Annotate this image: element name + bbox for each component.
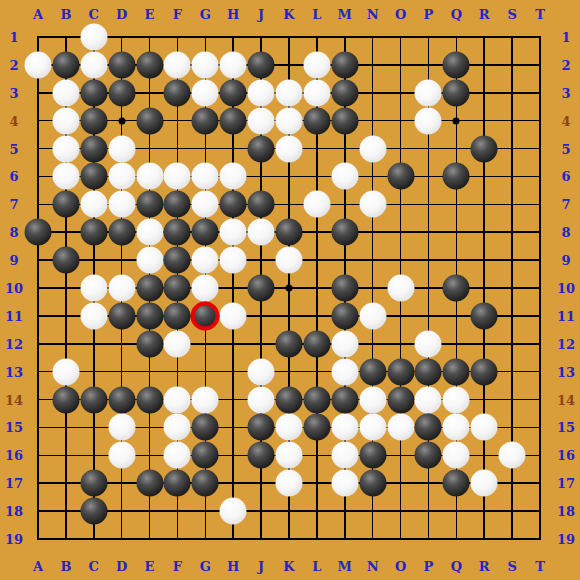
white-stone[interactable] <box>331 163 358 190</box>
white-stone[interactable] <box>80 275 107 302</box>
grid-line <box>37 510 541 512</box>
white-stone[interactable] <box>276 442 303 469</box>
white-stone[interactable] <box>80 191 107 218</box>
row-label: 13 <box>5 365 23 378</box>
col-label: H <box>227 560 239 573</box>
black-stone[interactable] <box>25 219 52 246</box>
white-stone[interactable] <box>276 107 303 134</box>
black-stone[interactable] <box>136 51 163 78</box>
white-stone[interactable] <box>331 442 358 469</box>
black-stone[interactable] <box>331 302 358 329</box>
row-label: 9 <box>9 254 18 267</box>
black-stone[interactable] <box>164 79 191 106</box>
black-stone[interactable] <box>136 302 163 329</box>
white-stone[interactable] <box>192 79 219 106</box>
white-stone[interactable] <box>415 330 442 357</box>
black-stone[interactable] <box>359 470 386 497</box>
row-label: 6 <box>561 170 570 183</box>
star-point <box>118 117 125 124</box>
white-stone[interactable] <box>220 302 247 329</box>
black-stone[interactable] <box>276 330 303 357</box>
black-stone[interactable] <box>52 191 79 218</box>
white-stone[interactable] <box>80 24 107 51</box>
row-label: 10 <box>557 282 575 295</box>
white-stone[interactable] <box>192 163 219 190</box>
white-stone[interactable] <box>276 135 303 162</box>
black-stone[interactable] <box>471 302 498 329</box>
white-stone[interactable] <box>192 275 219 302</box>
row-label: 4 <box>9 114 18 127</box>
black-stone[interactable] <box>331 275 358 302</box>
white-stone[interactable] <box>108 191 135 218</box>
row-label: 4 <box>561 114 570 127</box>
black-stone[interactable] <box>52 51 79 78</box>
star-point <box>453 117 460 124</box>
col-label: F <box>173 8 182 21</box>
black-stone[interactable] <box>248 414 275 441</box>
black-stone[interactable] <box>80 386 107 413</box>
white-stone[interactable] <box>108 163 135 190</box>
black-stone[interactable] <box>52 247 79 274</box>
black-stone[interactable] <box>359 358 386 385</box>
white-stone[interactable] <box>248 79 275 106</box>
black-stone[interactable] <box>415 414 442 441</box>
black-stone[interactable] <box>192 442 219 469</box>
white-stone[interactable] <box>80 302 107 329</box>
white-stone[interactable] <box>164 330 191 357</box>
white-stone[interactable] <box>276 79 303 106</box>
black-stone[interactable] <box>80 163 107 190</box>
white-stone[interactable] <box>220 247 247 274</box>
black-stone[interactable] <box>164 275 191 302</box>
col-label: J <box>258 8 264 21</box>
col-label: G <box>200 8 211 21</box>
white-stone[interactable] <box>359 191 386 218</box>
black-stone[interactable] <box>80 498 107 525</box>
row-label: 2 <box>9 58 18 71</box>
black-stone[interactable] <box>248 191 275 218</box>
white-stone[interactable] <box>359 414 386 441</box>
black-stone[interactable] <box>80 135 107 162</box>
col-label: G <box>200 560 211 573</box>
black-stone[interactable] <box>415 358 442 385</box>
grid-line <box>539 36 541 540</box>
white-stone[interactable] <box>80 51 107 78</box>
white-stone[interactable] <box>248 219 275 246</box>
row-label: 8 <box>9 226 18 239</box>
black-stone[interactable] <box>331 219 358 246</box>
white-stone[interactable] <box>52 79 79 106</box>
black-stone[interactable] <box>220 79 247 106</box>
white-stone[interactable] <box>415 107 442 134</box>
black-stone[interactable] <box>108 51 135 78</box>
white-stone[interactable] <box>136 219 163 246</box>
col-label: H <box>227 8 239 21</box>
white-stone[interactable] <box>331 414 358 441</box>
white-stone[interactable] <box>52 135 79 162</box>
col-label: M <box>338 560 352 573</box>
white-stone[interactable] <box>220 163 247 190</box>
col-label: D <box>116 8 127 21</box>
white-stone[interactable] <box>52 163 79 190</box>
white-stone[interactable] <box>387 414 414 441</box>
white-stone[interactable] <box>108 135 135 162</box>
black-stone[interactable] <box>471 135 498 162</box>
col-label: A <box>33 8 43 21</box>
row-label: 11 <box>557 309 575 322</box>
col-label: K <box>283 560 294 573</box>
col-label: R <box>479 560 490 573</box>
white-stone[interactable] <box>471 470 498 497</box>
col-label: B <box>60 8 71 21</box>
black-stone[interactable] <box>108 386 135 413</box>
black-stone[interactable] <box>52 386 79 413</box>
white-stone[interactable] <box>52 107 79 134</box>
col-label: P <box>424 560 434 573</box>
white-stone[interactable] <box>331 470 358 497</box>
row-label: 3 <box>561 86 570 99</box>
col-label: P <box>424 8 434 21</box>
black-stone[interactable] <box>80 470 107 497</box>
go-board-app: AABBCCDDEEFFGGHHJJKKLLMMNNOOPPQQRRSSTT11… <box>0 0 580 580</box>
white-stone[interactable] <box>248 386 275 413</box>
white-stone[interactable] <box>415 386 442 413</box>
row-label: 14 <box>557 393 575 406</box>
black-stone[interactable] <box>276 219 303 246</box>
white-stone[interactable] <box>276 470 303 497</box>
white-stone[interactable] <box>331 358 358 385</box>
col-label: L <box>312 8 321 21</box>
black-stone[interactable] <box>387 358 414 385</box>
row-label: 8 <box>561 226 570 239</box>
black-stone[interactable] <box>471 358 498 385</box>
col-label: N <box>367 8 379 21</box>
col-label: O <box>395 8 406 21</box>
black-stone[interactable] <box>443 358 470 385</box>
black-stone[interactable] <box>80 107 107 134</box>
row-label: 16 <box>5 449 23 462</box>
white-stone[interactable] <box>415 79 442 106</box>
row-label: 19 <box>5 533 23 546</box>
white-stone[interactable] <box>387 275 414 302</box>
black-stone[interactable] <box>220 191 247 218</box>
row-label: 16 <box>557 449 575 462</box>
col-label: O <box>395 560 406 573</box>
black-stone[interactable] <box>331 107 358 134</box>
black-stone[interactable] <box>387 386 414 413</box>
white-stone[interactable] <box>136 247 163 274</box>
black-stone[interactable] <box>303 107 330 134</box>
white-stone[interactable] <box>303 191 330 218</box>
black-stone[interactable] <box>136 191 163 218</box>
row-label: 2 <box>561 58 570 71</box>
black-stone[interactable] <box>80 219 107 246</box>
row-label: 1 <box>9 31 18 44</box>
white-stone[interactable] <box>192 51 219 78</box>
black-stone[interactable] <box>443 79 470 106</box>
black-stone[interactable] <box>387 163 414 190</box>
white-stone[interactable] <box>359 386 386 413</box>
black-stone[interactable] <box>443 163 470 190</box>
black-stone[interactable] <box>248 442 275 469</box>
black-stone[interactable] <box>192 414 219 441</box>
row-label: 7 <box>561 198 570 211</box>
white-stone[interactable] <box>443 386 470 413</box>
last-move-marker <box>191 301 220 330</box>
row-label: 6 <box>9 170 18 183</box>
black-stone[interactable] <box>303 386 330 413</box>
black-stone[interactable] <box>248 135 275 162</box>
col-label: T <box>535 8 545 21</box>
white-stone[interactable] <box>108 414 135 441</box>
star-point <box>286 285 293 292</box>
row-label: 17 <box>557 477 575 490</box>
white-stone[interactable] <box>136 163 163 190</box>
black-stone[interactable] <box>443 275 470 302</box>
col-label: C <box>89 8 99 21</box>
col-label: C <box>89 560 99 573</box>
black-stone[interactable] <box>248 275 275 302</box>
row-label: 5 <box>9 142 18 155</box>
black-stone[interactable] <box>164 247 191 274</box>
col-label: E <box>145 560 155 573</box>
black-stone[interactable] <box>164 302 191 329</box>
black-stone[interactable] <box>359 442 386 469</box>
black-stone[interactable] <box>80 79 107 106</box>
col-label: F <box>173 560 182 573</box>
black-stone[interactable] <box>443 51 470 78</box>
col-label: D <box>116 560 127 573</box>
white-stone[interactable] <box>443 414 470 441</box>
white-stone[interactable] <box>359 302 386 329</box>
white-stone[interactable] <box>303 79 330 106</box>
black-stone[interactable] <box>136 275 163 302</box>
black-stone[interactable] <box>136 107 163 134</box>
black-stone[interactable] <box>136 330 163 357</box>
white-stone[interactable] <box>499 442 526 469</box>
row-label: 14 <box>5 393 23 406</box>
white-stone[interactable] <box>359 135 386 162</box>
col-label: E <box>145 8 155 21</box>
black-stone[interactable] <box>164 191 191 218</box>
row-label: 13 <box>557 365 575 378</box>
col-label: Q <box>451 560 462 573</box>
black-stone[interactable] <box>248 51 275 78</box>
white-stone[interactable] <box>276 247 303 274</box>
white-stone[interactable] <box>164 163 191 190</box>
white-stone[interactable] <box>164 442 191 469</box>
black-stone[interactable] <box>303 330 330 357</box>
black-stone[interactable] <box>192 470 219 497</box>
black-stone[interactable] <box>136 386 163 413</box>
black-stone[interactable] <box>192 107 219 134</box>
col-label: R <box>479 8 490 21</box>
col-label: Q <box>451 8 462 21</box>
black-stone[interactable] <box>192 219 219 246</box>
col-label: S <box>507 560 516 573</box>
white-stone[interactable] <box>471 414 498 441</box>
row-label: 1 <box>561 31 570 44</box>
black-stone[interactable] <box>443 470 470 497</box>
col-label: T <box>535 560 545 573</box>
col-label: L <box>312 560 321 573</box>
white-stone[interactable] <box>220 51 247 78</box>
white-stone[interactable] <box>443 442 470 469</box>
row-label: 11 <box>5 309 23 322</box>
white-stone[interactable] <box>108 442 135 469</box>
white-stone[interactable] <box>52 358 79 385</box>
white-stone[interactable] <box>192 386 219 413</box>
white-stone[interactable] <box>164 51 191 78</box>
black-stone[interactable] <box>108 302 135 329</box>
white-stone[interactable] <box>331 330 358 357</box>
row-label: 5 <box>561 142 570 155</box>
black-stone[interactable] <box>164 470 191 497</box>
black-stone[interactable] <box>415 442 442 469</box>
black-stone[interactable] <box>331 386 358 413</box>
col-label: J <box>258 560 264 573</box>
row-label: 9 <box>561 254 570 267</box>
white-stone[interactable] <box>248 107 275 134</box>
white-stone[interactable] <box>108 275 135 302</box>
row-label: 3 <box>9 86 18 99</box>
row-label: 19 <box>557 533 575 546</box>
black-stone[interactable] <box>220 107 247 134</box>
black-stone[interactable] <box>331 79 358 106</box>
white-stone[interactable] <box>192 247 219 274</box>
col-label: K <box>283 8 294 21</box>
row-label: 17 <box>5 477 23 490</box>
white-stone[interactable] <box>192 191 219 218</box>
black-stone[interactable] <box>276 386 303 413</box>
row-label: 15 <box>557 421 575 434</box>
white-stone[interactable] <box>303 51 330 78</box>
grid-line <box>483 36 485 540</box>
white-stone[interactable] <box>25 51 52 78</box>
white-stone[interactable] <box>248 358 275 385</box>
white-stone[interactable] <box>220 498 247 525</box>
row-label: 18 <box>557 505 575 518</box>
row-label: 7 <box>9 198 18 211</box>
grid-line <box>37 538 541 540</box>
row-label: 10 <box>5 282 23 295</box>
row-label: 12 <box>5 337 23 350</box>
col-label: A <box>33 560 43 573</box>
white-stone[interactable] <box>276 414 303 441</box>
black-stone[interactable] <box>108 219 135 246</box>
row-label: 18 <box>5 505 23 518</box>
col-label: B <box>60 560 71 573</box>
col-label: S <box>507 8 516 21</box>
col-label: M <box>338 8 352 21</box>
black-stone[interactable] <box>108 79 135 106</box>
row-label: 15 <box>5 421 23 434</box>
white-stone[interactable] <box>164 414 191 441</box>
black-stone[interactable] <box>136 470 163 497</box>
black-stone[interactable] <box>164 219 191 246</box>
white-stone[interactable] <box>164 386 191 413</box>
black-stone[interactable] <box>331 51 358 78</box>
white-stone[interactable] <box>220 219 247 246</box>
row-label: 12 <box>557 337 575 350</box>
black-stone[interactable] <box>303 414 330 441</box>
col-label: N <box>367 560 379 573</box>
